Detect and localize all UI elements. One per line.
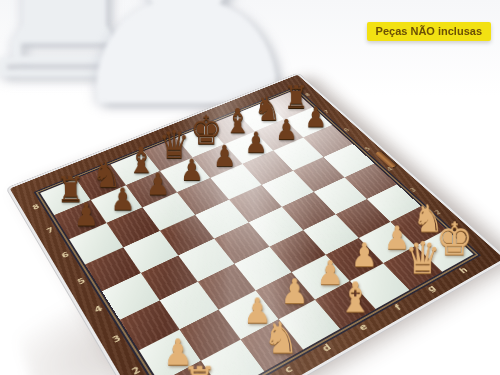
rank-label-left-3: 3 [108, 332, 126, 347]
piece-white-pawn: ♟ [351, 239, 378, 270]
rank-label-left-7: 7 [42, 225, 58, 237]
pieces-not-included-badge: Peças NÃO inclusas [367, 22, 491, 41]
square-h1: ♚ [416, 230, 474, 272]
rank-label-left-4: 4 [90, 302, 107, 316]
square-f3 [303, 214, 359, 255]
rank-label-right-8: 8 [302, 91, 314, 98]
rank-label-left-5: 5 [73, 275, 90, 288]
chess-board: ♜♞♝♛♚♝♞♜♟♟♟♟♟♟♟♟♟♟♟♟♟♟♞♜♞♝♛♚ [38, 89, 476, 375]
rank-label-left-6: 6 [57, 249, 73, 261]
square-f7: ♟ [224, 131, 273, 164]
rank-label-left-8: 8 [28, 202, 43, 213]
product-photo-stage: ♜ ♟ ♜♞♝♛♚♝♞♜♟♟♟♟♟♟♟♟♟♟♟♟♟♟♞♜♞♝♛♚ 1122334… [0, 0, 500, 375]
board-frame: ♜♞♝♛♚♝♞♜♟♟♟♟♟♟♟♟♟♟♟♟♟♟♞♜♞♝♛♚ 11223344556… [10, 75, 500, 375]
square-c4 [178, 239, 234, 282]
rank-label-left-2: 2 [127, 363, 146, 375]
board-scene: ♜♞♝♛♚♝♞♜♟♟♟♟♟♟♟♟♟♟♟♟♟♟♞♜♞♝♛♚ 11223344556… [0, 0, 500, 375]
